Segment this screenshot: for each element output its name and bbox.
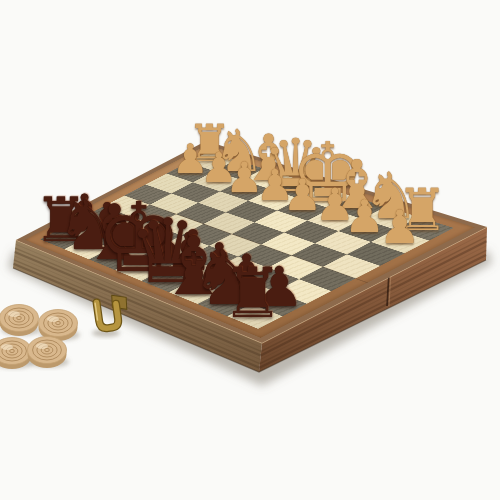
disc-highlight bbox=[1, 344, 13, 350]
disc-highlight bbox=[47, 316, 59, 322]
draughts-disc-4 bbox=[28, 337, 70, 369]
disc-highlight bbox=[8, 311, 20, 317]
disc-top bbox=[0, 305, 39, 332]
photo-scene: ♜♞♟♝♟♛♟♚♟♝♟♞♟♟♜♟♟♜♟♞♟♟♝♟♚♟♛♟♝♞♟♜ bbox=[0, 0, 500, 500]
disc-highlight bbox=[36, 343, 48, 349]
disc-top bbox=[28, 337, 67, 364]
draughts-disc-1 bbox=[0, 305, 41, 337]
disc-top bbox=[39, 310, 78, 337]
